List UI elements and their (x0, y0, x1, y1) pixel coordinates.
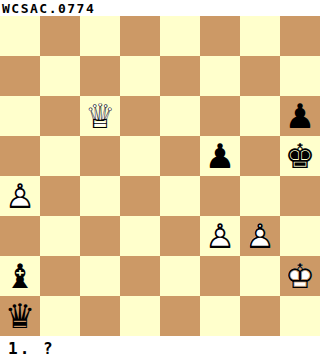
square-e6[interactable] (160, 96, 200, 136)
black-queen-a1: ♛ (0, 296, 40, 336)
square-g2[interactable] (240, 256, 280, 296)
white-pawn-a4: ♟♙ (0, 176, 40, 216)
square-f8[interactable] (200, 16, 240, 56)
square-g1[interactable] (240, 296, 280, 336)
square-d7[interactable] (120, 56, 160, 96)
white-piece-outline: ♙ (240, 216, 280, 256)
black-pawn-f5: ♟ (200, 136, 240, 176)
square-h1[interactable] (280, 296, 320, 336)
square-d5[interactable] (120, 136, 160, 176)
square-d3[interactable] (120, 216, 160, 256)
square-b3[interactable] (40, 216, 80, 256)
square-c6[interactable]: ♛♕ (80, 96, 120, 136)
black-king-h5: ♚ (280, 136, 320, 176)
square-d1[interactable] (120, 296, 160, 336)
square-g3[interactable]: ♟♙ (240, 216, 280, 256)
square-a8[interactable] (0, 16, 40, 56)
square-c8[interactable] (80, 16, 120, 56)
square-e8[interactable] (160, 16, 200, 56)
square-a5[interactable] (0, 136, 40, 176)
square-b2[interactable] (40, 256, 80, 296)
move-prompt: 1. ? (8, 339, 55, 358)
square-g5[interactable] (240, 136, 280, 176)
square-h7[interactable] (280, 56, 320, 96)
square-a2[interactable]: ♝ (0, 256, 40, 296)
square-c4[interactable] (80, 176, 120, 216)
square-f4[interactable] (200, 176, 240, 216)
square-e3[interactable] (160, 216, 200, 256)
square-h5[interactable]: ♚ (280, 136, 320, 176)
square-g7[interactable] (240, 56, 280, 96)
square-h6[interactable]: ♟ (280, 96, 320, 136)
footer-bar: 1. ? (0, 336, 320, 360)
white-piece-outline: ♕ (80, 96, 120, 136)
square-c5[interactable] (80, 136, 120, 176)
square-a4[interactable]: ♟♙ (0, 176, 40, 216)
square-e7[interactable] (160, 56, 200, 96)
chess-board: ♛♕♟♟♚♟♙♟♙♟♙♝♚♔♛ (0, 16, 320, 336)
square-e1[interactable] (160, 296, 200, 336)
square-a3[interactable] (0, 216, 40, 256)
square-a6[interactable] (0, 96, 40, 136)
white-pawn-g3: ♟♙ (240, 216, 280, 256)
square-e5[interactable] (160, 136, 200, 176)
chess-puzzle-screen: WCSAC.0774 ♛♕♟♟♚♟♙♟♙♟♙♝♚♔♛ 1. ? (0, 0, 320, 360)
square-b8[interactable] (40, 16, 80, 56)
white-queen-c6: ♛♕ (80, 96, 120, 136)
square-f2[interactable] (200, 256, 240, 296)
square-e2[interactable] (160, 256, 200, 296)
square-f6[interactable] (200, 96, 240, 136)
square-g8[interactable] (240, 16, 280, 56)
square-b6[interactable] (40, 96, 80, 136)
black-pawn-h6: ♟ (280, 96, 320, 136)
square-d4[interactable] (120, 176, 160, 216)
square-a7[interactable] (0, 56, 40, 96)
square-f3[interactable]: ♟♙ (200, 216, 240, 256)
white-piece-outline: ♙ (0, 176, 40, 216)
white-piece-outline: ♙ (200, 216, 240, 256)
square-c3[interactable] (80, 216, 120, 256)
square-h4[interactable] (280, 176, 320, 216)
square-f5[interactable]: ♟ (200, 136, 240, 176)
square-e4[interactable] (160, 176, 200, 216)
square-d6[interactable] (120, 96, 160, 136)
square-f1[interactable] (200, 296, 240, 336)
square-a1[interactable]: ♛ (0, 296, 40, 336)
white-pawn-f3: ♟♙ (200, 216, 240, 256)
square-b4[interactable] (40, 176, 80, 216)
square-h2[interactable]: ♚♔ (280, 256, 320, 296)
square-b5[interactable] (40, 136, 80, 176)
white-piece-outline: ♔ (280, 256, 320, 296)
square-c2[interactable] (80, 256, 120, 296)
white-king-h2: ♚♔ (280, 256, 320, 296)
black-bishop-a2: ♝ (0, 256, 40, 296)
square-h3[interactable] (280, 216, 320, 256)
square-h8[interactable] (280, 16, 320, 56)
square-f7[interactable] (200, 56, 240, 96)
square-g4[interactable] (240, 176, 280, 216)
header-bar: WCSAC.0774 (0, 0, 320, 16)
square-g6[interactable] (240, 96, 280, 136)
square-b1[interactable] (40, 296, 80, 336)
square-b7[interactable] (40, 56, 80, 96)
puzzle-id-title: WCSAC.0774 (2, 1, 95, 16)
square-c1[interactable] (80, 296, 120, 336)
square-d2[interactable] (120, 256, 160, 296)
square-c7[interactable] (80, 56, 120, 96)
square-d8[interactable] (120, 16, 160, 56)
